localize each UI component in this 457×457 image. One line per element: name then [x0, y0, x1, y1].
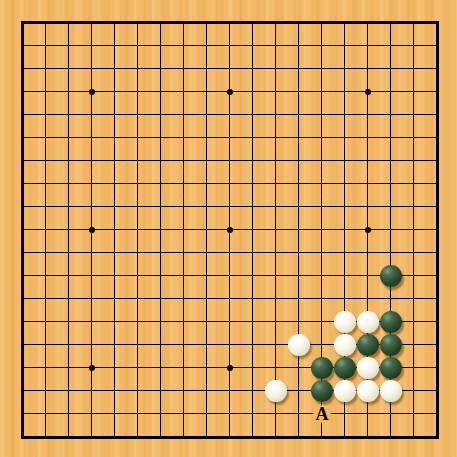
white-stone	[357, 380, 379, 402]
black-stone	[334, 357, 356, 379]
star-point	[89, 365, 95, 371]
black-stone	[380, 311, 402, 333]
point-label-A[interactable]: A	[312, 404, 332, 424]
star-point	[365, 227, 371, 233]
white-stone	[265, 380, 287, 402]
white-stone	[288, 334, 310, 356]
black-stone	[380, 265, 402, 287]
white-stone	[334, 380, 356, 402]
black-stone	[357, 334, 379, 356]
star-point	[227, 227, 233, 233]
go-board[interactable]: A	[0, 0, 457, 457]
white-stone	[357, 357, 379, 379]
star-point	[227, 89, 233, 95]
black-stone	[380, 334, 402, 356]
black-stone	[311, 380, 333, 402]
white-stone	[357, 311, 379, 333]
black-stone	[380, 357, 402, 379]
star-point	[227, 365, 233, 371]
white-stone	[334, 334, 356, 356]
star-point	[89, 89, 95, 95]
star-point	[365, 89, 371, 95]
black-stone	[311, 357, 333, 379]
white-stone	[334, 311, 356, 333]
white-stone	[380, 380, 402, 402]
star-point	[89, 227, 95, 233]
